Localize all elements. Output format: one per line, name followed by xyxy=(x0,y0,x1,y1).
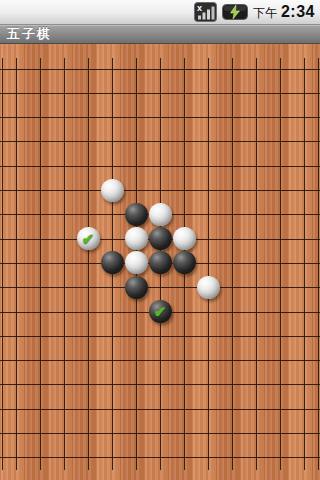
last-move-check-icon: ✔ xyxy=(149,300,172,323)
grid-line-horizontal xyxy=(0,409,320,410)
title-bar: 五子棋 xyxy=(0,25,320,44)
app-title: 五子棋 xyxy=(7,25,52,43)
black-stone xyxy=(125,203,148,226)
grid-line-horizontal xyxy=(0,166,320,167)
black-stone xyxy=(125,276,148,299)
phone-screen: x 下午 2:34 五子棋 ✔✔ xyxy=(0,0,320,480)
white-stone xyxy=(173,227,196,250)
black-stone xyxy=(101,251,124,274)
white-stone xyxy=(197,276,220,299)
board[interactable]: ✔✔ xyxy=(0,44,320,480)
status-time-value: 2:34 xyxy=(281,3,315,21)
grid-line-horizontal xyxy=(0,93,320,94)
grid-line-horizontal xyxy=(0,384,320,385)
status-time-period: 下午 xyxy=(253,5,277,22)
grid-line-horizontal xyxy=(0,433,320,434)
white-stone xyxy=(125,227,148,250)
black-stone xyxy=(173,251,196,274)
battery-charging-icon xyxy=(222,4,248,20)
grid-line-horizontal xyxy=(0,360,320,361)
white-stone xyxy=(149,203,172,226)
grid-line-horizontal xyxy=(0,190,320,191)
last-move-check-icon: ✔ xyxy=(77,227,100,250)
grid-line-horizontal xyxy=(0,336,320,337)
status-bar: x 下午 2:34 xyxy=(0,0,320,25)
black-stone xyxy=(149,251,172,274)
grid-line-horizontal xyxy=(0,117,320,118)
grid-line-horizontal xyxy=(0,457,320,458)
white-stone xyxy=(101,179,124,202)
black-stone: ✔ xyxy=(149,300,172,323)
black-stone xyxy=(149,227,172,250)
white-stone xyxy=(125,251,148,274)
white-stone: ✔ xyxy=(77,227,100,250)
status-time: 下午 2:34 xyxy=(253,3,315,22)
grid-line-horizontal xyxy=(0,287,320,288)
grid-line-horizontal xyxy=(0,69,320,70)
grid-line-horizontal xyxy=(0,141,320,142)
no-signal-icon: x xyxy=(194,2,217,22)
svg-text:x: x xyxy=(197,3,202,13)
